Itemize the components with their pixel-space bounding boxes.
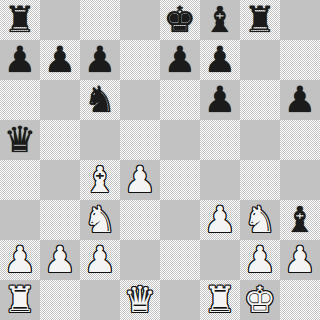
- chess-board: ♜♚♝♜♟♟♟♟♟♞♟♟♛♝♟♞♟♞♝♟♟♟♟♟♜♛♜♚: [0, 0, 320, 320]
- square-d2[interactable]: [120, 240, 160, 280]
- square-b5[interactable]: [40, 120, 80, 160]
- square-d7[interactable]: [120, 40, 160, 80]
- square-e2[interactable]: [160, 240, 200, 280]
- square-g3[interactable]: ♞: [240, 200, 280, 240]
- square-h4[interactable]: [280, 160, 320, 200]
- black-pawn-icon[interactable]: ♟: [4, 40, 36, 80]
- square-a2[interactable]: ♟: [0, 240, 40, 280]
- square-e6[interactable]: [160, 80, 200, 120]
- square-g5[interactable]: [240, 120, 280, 160]
- square-f5[interactable]: [200, 120, 240, 160]
- square-f8[interactable]: ♝: [200, 0, 240, 40]
- square-c5[interactable]: [80, 120, 120, 160]
- square-h1[interactable]: [280, 280, 320, 320]
- square-b3[interactable]: [40, 200, 80, 240]
- white-bishop-icon[interactable]: ♝: [84, 160, 116, 200]
- square-g4[interactable]: [240, 160, 280, 200]
- square-b8[interactable]: [40, 0, 80, 40]
- square-d5[interactable]: [120, 120, 160, 160]
- square-b6[interactable]: [40, 80, 80, 120]
- black-queen-icon[interactable]: ♛: [4, 120, 36, 160]
- square-d8[interactable]: [120, 0, 160, 40]
- square-f7[interactable]: ♟: [200, 40, 240, 80]
- square-c7[interactable]: ♟: [80, 40, 120, 80]
- black-pawn-icon[interactable]: ♟: [164, 40, 196, 80]
- square-b2[interactable]: ♟: [40, 240, 80, 280]
- square-b1[interactable]: [40, 280, 80, 320]
- black-pawn-icon[interactable]: ♟: [84, 40, 116, 80]
- square-h8[interactable]: [280, 0, 320, 40]
- square-e1[interactable]: [160, 280, 200, 320]
- black-pawn-icon[interactable]: ♟: [204, 80, 236, 120]
- square-c8[interactable]: [80, 0, 120, 40]
- square-b7[interactable]: ♟: [40, 40, 80, 80]
- square-c1[interactable]: [80, 280, 120, 320]
- white-knight-icon[interactable]: ♞: [244, 200, 276, 240]
- white-pawn-icon[interactable]: ♟: [244, 240, 276, 280]
- white-rook-icon[interactable]: ♜: [204, 280, 236, 320]
- square-g1[interactable]: ♚: [240, 280, 280, 320]
- square-h3[interactable]: ♝: [280, 200, 320, 240]
- square-d3[interactable]: [120, 200, 160, 240]
- white-rook-icon[interactable]: ♜: [4, 280, 36, 320]
- square-f2[interactable]: [200, 240, 240, 280]
- square-c6[interactable]: ♞: [80, 80, 120, 120]
- white-pawn-icon[interactable]: ♟: [124, 160, 156, 200]
- white-pawn-icon[interactable]: ♟: [44, 240, 76, 280]
- square-g6[interactable]: [240, 80, 280, 120]
- square-f4[interactable]: [200, 160, 240, 200]
- square-h6[interactable]: ♟: [280, 80, 320, 120]
- white-queen-icon[interactable]: ♛: [124, 280, 156, 320]
- square-f1[interactable]: ♜: [200, 280, 240, 320]
- black-rook-icon[interactable]: ♜: [244, 0, 276, 40]
- square-g7[interactable]: [240, 40, 280, 80]
- white-knight-icon[interactable]: ♞: [84, 200, 116, 240]
- square-a4[interactable]: [0, 160, 40, 200]
- black-pawn-icon[interactable]: ♟: [284, 80, 316, 120]
- square-f6[interactable]: ♟: [200, 80, 240, 120]
- square-e5[interactable]: [160, 120, 200, 160]
- square-a5[interactable]: ♛: [0, 120, 40, 160]
- square-d1[interactable]: ♛: [120, 280, 160, 320]
- white-king-icon[interactable]: ♚: [244, 280, 276, 320]
- black-king-icon[interactable]: ♚: [164, 0, 196, 40]
- black-bishop-icon[interactable]: ♝: [284, 200, 316, 240]
- square-d4[interactable]: ♟: [120, 160, 160, 200]
- square-f3[interactable]: ♟: [200, 200, 240, 240]
- black-rook-icon[interactable]: ♜: [4, 0, 36, 40]
- square-a3[interactable]: [0, 200, 40, 240]
- black-bishop-icon[interactable]: ♝: [204, 0, 236, 40]
- square-c2[interactable]: ♟: [80, 240, 120, 280]
- square-c4[interactable]: ♝: [80, 160, 120, 200]
- square-a1[interactable]: ♜: [0, 280, 40, 320]
- white-pawn-icon[interactable]: ♟: [84, 240, 116, 280]
- square-g8[interactable]: ♜: [240, 0, 280, 40]
- square-h2[interactable]: ♟: [280, 240, 320, 280]
- square-a7[interactable]: ♟: [0, 40, 40, 80]
- black-knight-icon[interactable]: ♞: [84, 80, 116, 120]
- black-pawn-icon[interactable]: ♟: [44, 40, 76, 80]
- square-c3[interactable]: ♞: [80, 200, 120, 240]
- square-h5[interactable]: [280, 120, 320, 160]
- square-a6[interactable]: [0, 80, 40, 120]
- square-e7[interactable]: ♟: [160, 40, 200, 80]
- white-pawn-icon[interactable]: ♟: [4, 240, 36, 280]
- square-e3[interactable]: [160, 200, 200, 240]
- square-a8[interactable]: ♜: [0, 0, 40, 40]
- square-h7[interactable]: [280, 40, 320, 80]
- white-pawn-icon[interactable]: ♟: [204, 200, 236, 240]
- black-pawn-icon[interactable]: ♟: [204, 40, 236, 80]
- square-b4[interactable]: [40, 160, 80, 200]
- white-pawn-icon[interactable]: ♟: [284, 240, 316, 280]
- square-e8[interactable]: ♚: [160, 0, 200, 40]
- square-g2[interactable]: ♟: [240, 240, 280, 280]
- square-e4[interactable]: [160, 160, 200, 200]
- square-d6[interactable]: [120, 80, 160, 120]
